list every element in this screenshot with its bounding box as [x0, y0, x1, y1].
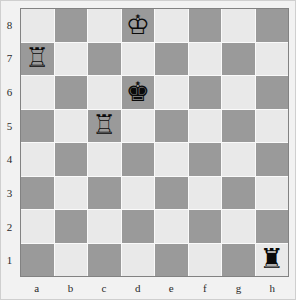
rank-label-2: 2	[0, 210, 19, 244]
square-c3[interactable]	[88, 177, 121, 210]
square-b1[interactable]	[55, 244, 88, 277]
square-a7[interactable]: ♖	[21, 43, 54, 76]
square-h6[interactable]	[256, 76, 289, 109]
square-e4[interactable]	[155, 143, 188, 176]
square-g6[interactable]	[222, 76, 255, 109]
white-rook[interactable]: ♖	[25, 44, 49, 71]
square-h3[interactable]	[256, 177, 289, 210]
square-c2[interactable]	[88, 210, 121, 243]
square-f3[interactable]	[189, 177, 222, 210]
square-a2[interactable]	[21, 210, 54, 243]
rank-labels: 8 7 6 5 4 3 2 1	[0, 8, 19, 277]
square-e3[interactable]	[155, 177, 188, 210]
square-b6[interactable]	[55, 76, 88, 109]
rank-label-4: 4	[0, 143, 19, 177]
square-e6[interactable]	[155, 76, 188, 109]
square-d3[interactable]	[122, 177, 155, 210]
square-e1[interactable]	[155, 244, 188, 277]
square-h8[interactable]	[256, 9, 289, 42]
square-c4[interactable]	[88, 143, 121, 176]
rank-label-3: 3	[0, 176, 19, 210]
white-king[interactable]: ♔	[126, 11, 150, 38]
square-g7[interactable]	[222, 43, 255, 76]
square-g5[interactable]	[222, 110, 255, 143]
square-a1[interactable]	[21, 244, 54, 277]
square-c1[interactable]	[88, 244, 121, 277]
square-b8[interactable]	[55, 9, 88, 42]
square-a3[interactable]	[21, 177, 54, 210]
square-f6[interactable]	[189, 76, 222, 109]
square-c8[interactable]	[88, 9, 121, 42]
square-a5[interactable]	[21, 110, 54, 143]
file-labels: a b c d e f g h	[20, 279, 289, 297]
square-f8[interactable]	[189, 9, 222, 42]
square-a6[interactable]	[21, 76, 54, 109]
square-d6[interactable]: ♚	[122, 76, 155, 109]
square-b5[interactable]	[55, 110, 88, 143]
square-g1[interactable]	[222, 244, 255, 277]
square-e2[interactable]	[155, 210, 188, 243]
chess-board: ♔♖♚♖♜	[20, 8, 289, 277]
square-g8[interactable]	[222, 9, 255, 42]
file-label-g: g	[222, 279, 256, 297]
square-d1[interactable]	[122, 244, 155, 277]
file-label-h: h	[255, 279, 289, 297]
square-h1[interactable]: ♜	[256, 244, 289, 277]
square-c7[interactable]	[88, 43, 121, 76]
square-c6[interactable]	[88, 76, 121, 109]
file-label-d: d	[121, 279, 155, 297]
chess-diagram: 8 7 6 5 4 3 2 1 ♔♖♚♖♜ a b c d e f g h	[0, 0, 296, 300]
rank-label-6: 6	[0, 75, 19, 109]
square-d7[interactable]	[122, 43, 155, 76]
square-b4[interactable]	[55, 143, 88, 176]
rank-label-7: 7	[0, 42, 19, 76]
black-king[interactable]: ♚	[126, 78, 150, 105]
file-label-a: a	[20, 279, 54, 297]
square-e7[interactable]	[155, 43, 188, 76]
square-a8[interactable]	[21, 9, 54, 42]
square-f1[interactable]	[189, 244, 222, 277]
square-g2[interactable]	[222, 210, 255, 243]
square-f5[interactable]	[189, 110, 222, 143]
square-b3[interactable]	[55, 177, 88, 210]
square-e8[interactable]	[155, 9, 188, 42]
square-b7[interactable]	[55, 43, 88, 76]
square-f4[interactable]	[189, 143, 222, 176]
square-h4[interactable]	[256, 143, 289, 176]
square-f2[interactable]	[189, 210, 222, 243]
square-g4[interactable]	[222, 143, 255, 176]
square-d4[interactable]	[122, 143, 155, 176]
square-h5[interactable]	[256, 110, 289, 143]
black-rook[interactable]: ♜	[260, 245, 284, 272]
square-e5[interactable]	[155, 110, 188, 143]
square-d2[interactable]	[122, 210, 155, 243]
file-label-c: c	[87, 279, 121, 297]
file-label-f: f	[188, 279, 222, 297]
square-a4[interactable]	[21, 143, 54, 176]
square-c5[interactable]: ♖	[88, 110, 121, 143]
square-d8[interactable]: ♔	[122, 9, 155, 42]
square-h2[interactable]	[256, 210, 289, 243]
square-g3[interactable]	[222, 177, 255, 210]
rank-label-8: 8	[0, 8, 19, 42]
white-rook[interactable]: ♖	[92, 111, 116, 138]
file-label-b: b	[54, 279, 88, 297]
rank-label-1: 1	[0, 243, 19, 277]
file-label-e: e	[155, 279, 189, 297]
square-b2[interactable]	[55, 210, 88, 243]
square-d5[interactable]	[122, 110, 155, 143]
square-f7[interactable]	[189, 43, 222, 76]
rank-label-5: 5	[0, 109, 19, 143]
square-h7[interactable]	[256, 43, 289, 76]
